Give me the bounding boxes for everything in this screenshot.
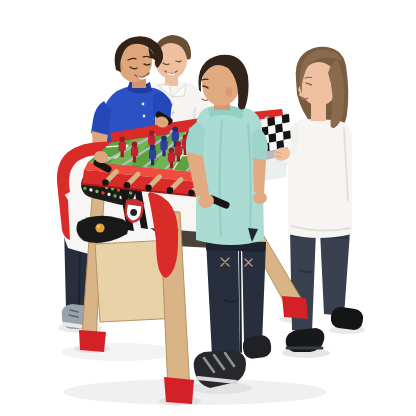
checker-cell [267, 117, 275, 127]
checker-cell [275, 115, 283, 125]
table-shadow-left [62, 343, 178, 361]
red-foot [164, 377, 194, 404]
foosman-body [168, 152, 175, 162]
teal-boy-jeans-left [206, 240, 240, 357]
right-fist [253, 192, 267, 204]
red-foot [282, 296, 308, 319]
red-foot [79, 330, 106, 352]
checker-cell [276, 132, 284, 142]
ear [226, 87, 233, 97]
handle-knob [167, 187, 174, 194]
checker-cell [275, 124, 283, 134]
foosman-head [119, 136, 125, 142]
foosman-body [119, 141, 126, 151]
foosman-head [169, 148, 175, 154]
teal-boy-jeans-right [242, 242, 266, 344]
handle-knob [124, 182, 131, 189]
foosman-head [161, 136, 167, 142]
handle-knob [188, 190, 195, 197]
foosman-body [131, 146, 138, 156]
smile [302, 98, 308, 99]
ball-highlight [97, 225, 100, 228]
checker-cell [283, 130, 291, 140]
button [142, 103, 145, 106]
foosman-body [160, 140, 167, 150]
handle-knob [145, 185, 152, 192]
foosman-head [132, 142, 138, 148]
foosman-head [149, 130, 155, 136]
handle-knob [102, 179, 109, 186]
foosman-head [173, 126, 179, 132]
foosman-leg [177, 155, 180, 162]
foosman-leg [133, 155, 136, 162]
foosman-leg [162, 149, 165, 156]
checker-cell [269, 133, 277, 143]
girl-jeans-back-leg [320, 231, 350, 316]
foosman-head [150, 145, 156, 151]
foosman-leg [151, 158, 154, 165]
foosball-scene [0, 0, 416, 416]
checker-cell [284, 139, 292, 149]
button [172, 112, 175, 115]
foosman-leg [170, 161, 173, 168]
button [143, 115, 146, 118]
ball [95, 223, 104, 232]
checker-cell [282, 114, 290, 124]
checker-cell [268, 125, 276, 135]
foosman-body [175, 146, 182, 156]
foosman-head [176, 141, 182, 147]
foosman-body [149, 149, 156, 159]
photo-canvas [0, 0, 416, 416]
foosman-body [148, 135, 155, 145]
foosman-leg [121, 150, 124, 157]
right-forearm [253, 158, 266, 194]
checker-cell [282, 122, 290, 132]
foosman-body [172, 131, 179, 141]
